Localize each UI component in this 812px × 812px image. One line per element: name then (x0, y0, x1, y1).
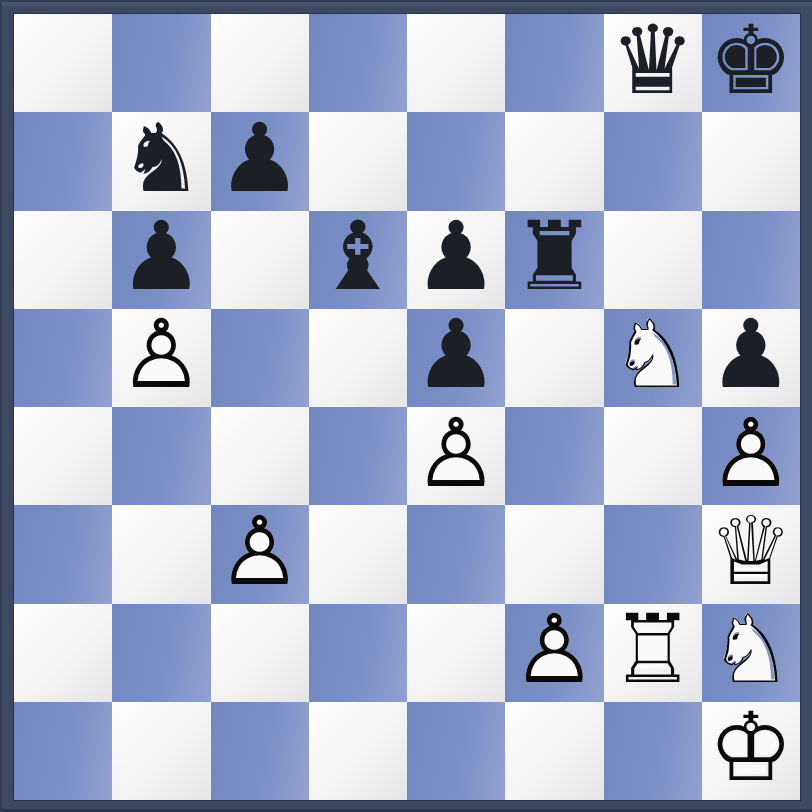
white-pawn-outline-icon: ♙ (112, 309, 210, 407)
black-king-icon: ♚ (702, 14, 800, 112)
square-d5[interactable] (309, 309, 407, 407)
square-g2[interactable]: ♜♖ (604, 604, 702, 702)
square-d3[interactable] (309, 505, 407, 603)
square-f1[interactable] (505, 702, 603, 800)
square-d8[interactable] (309, 14, 407, 112)
square-d7[interactable] (309, 112, 407, 210)
square-b7[interactable]: ♞ (112, 112, 210, 210)
square-d4[interactable] (309, 407, 407, 505)
white-pawn: ♟♙ (407, 407, 505, 505)
square-e5[interactable]: ♟ (407, 309, 505, 407)
square-e1[interactable] (407, 702, 505, 800)
black-bishop: ♝ (309, 211, 407, 309)
black-pawn: ♟ (407, 211, 505, 309)
white-rook-outline-icon: ♖ (604, 604, 702, 702)
square-f8[interactable] (505, 14, 603, 112)
square-f5[interactable] (505, 309, 603, 407)
white-knight: ♞♘ (702, 604, 800, 702)
square-a4[interactable] (14, 407, 112, 505)
square-f2[interactable]: ♟♙ (505, 604, 603, 702)
square-e7[interactable] (407, 112, 505, 210)
square-d1[interactable] (309, 702, 407, 800)
white-knight-outline-icon: ♘ (604, 309, 702, 407)
black-queen-icon: ♛ (604, 14, 702, 112)
chess-board-frame: ♛♚♞♟♟♝♟♜♟♙♟♞♘♟♟♙♟♙♟♙♛♕♟♙♜♖♞♘♚♔ (0, 0, 812, 812)
black-pawn-icon: ♟ (407, 309, 505, 407)
square-a5[interactable] (14, 309, 112, 407)
black-pawn: ♟ (112, 211, 210, 309)
square-e4[interactable]: ♟♙ (407, 407, 505, 505)
square-f6[interactable]: ♜ (505, 211, 603, 309)
square-a6[interactable] (14, 211, 112, 309)
black-queen: ♛ (604, 14, 702, 112)
white-king-outline-icon: ♔ (702, 702, 800, 800)
black-pawn-icon: ♟ (211, 112, 309, 210)
square-a7[interactable] (14, 112, 112, 210)
square-e2[interactable] (407, 604, 505, 702)
square-b5[interactable]: ♟♙ (112, 309, 210, 407)
square-b8[interactable] (112, 14, 210, 112)
black-pawn-icon: ♟ (407, 211, 505, 309)
square-h3[interactable]: ♛♕ (702, 505, 800, 603)
black-knight-icon: ♞ (112, 112, 210, 210)
square-c2[interactable] (211, 604, 309, 702)
square-c6[interactable] (211, 211, 309, 309)
square-e3[interactable] (407, 505, 505, 603)
square-g5[interactable]: ♞♘ (604, 309, 702, 407)
square-c3[interactable]: ♟♙ (211, 505, 309, 603)
white-pawn-outline-icon: ♙ (407, 407, 505, 505)
white-pawn-outline-icon: ♙ (505, 604, 603, 702)
black-pawn-icon: ♟ (112, 211, 210, 309)
square-g8[interactable]: ♛ (604, 14, 702, 112)
square-e8[interactable] (407, 14, 505, 112)
black-bishop-icon: ♝ (309, 211, 407, 309)
square-c7[interactable]: ♟ (211, 112, 309, 210)
square-a2[interactable] (14, 604, 112, 702)
square-g7[interactable] (604, 112, 702, 210)
square-b1[interactable] (112, 702, 210, 800)
square-d6[interactable]: ♝ (309, 211, 407, 309)
chess-board: ♛♚♞♟♟♝♟♜♟♙♟♞♘♟♟♙♟♙♟♙♛♕♟♙♜♖♞♘♚♔ (14, 14, 800, 800)
square-b2[interactable] (112, 604, 210, 702)
black-pawn: ♟ (407, 309, 505, 407)
square-e6[interactable]: ♟ (407, 211, 505, 309)
square-a8[interactable] (14, 14, 112, 112)
square-h7[interactable] (702, 112, 800, 210)
square-d2[interactable] (309, 604, 407, 702)
white-pawn: ♟♙ (505, 604, 603, 702)
white-pawn-outline-icon: ♙ (702, 407, 800, 505)
black-pawn-icon: ♟ (702, 309, 800, 407)
square-c1[interactable] (211, 702, 309, 800)
square-g3[interactable] (604, 505, 702, 603)
square-b6[interactable]: ♟ (112, 211, 210, 309)
black-rook: ♜ (505, 211, 603, 309)
square-a3[interactable] (14, 505, 112, 603)
square-g1[interactable] (604, 702, 702, 800)
white-rook: ♜♖ (604, 604, 702, 702)
white-pawn: ♟♙ (702, 407, 800, 505)
square-a1[interactable] (14, 702, 112, 800)
square-h1[interactable]: ♚♔ (702, 702, 800, 800)
square-h5[interactable]: ♟ (702, 309, 800, 407)
square-f7[interactable] (505, 112, 603, 210)
white-queen: ♛♕ (702, 505, 800, 603)
white-queen-outline-icon: ♕ (702, 505, 800, 603)
square-c8[interactable] (211, 14, 309, 112)
square-h4[interactable]: ♟♙ (702, 407, 800, 505)
black-pawn: ♟ (702, 309, 800, 407)
square-b4[interactable] (112, 407, 210, 505)
white-knight-outline-icon: ♘ (702, 604, 800, 702)
white-king: ♚♔ (702, 702, 800, 800)
square-c5[interactable] (211, 309, 309, 407)
black-knight: ♞ (112, 112, 210, 210)
square-b3[interactable] (112, 505, 210, 603)
white-knight: ♞♘ (604, 309, 702, 407)
square-c4[interactable] (211, 407, 309, 505)
square-g4[interactable] (604, 407, 702, 505)
black-king: ♚ (702, 14, 800, 112)
square-g6[interactable] (604, 211, 702, 309)
white-pawn: ♟♙ (211, 505, 309, 603)
black-rook-icon: ♜ (505, 211, 603, 309)
white-pawn: ♟♙ (112, 309, 210, 407)
square-f3[interactable] (505, 505, 603, 603)
black-pawn: ♟ (211, 112, 309, 210)
square-f4[interactable] (505, 407, 603, 505)
white-pawn-outline-icon: ♙ (211, 505, 309, 603)
square-h6[interactable] (702, 211, 800, 309)
square-h2[interactable]: ♞♘ (702, 604, 800, 702)
square-h8[interactable]: ♚ (702, 14, 800, 112)
